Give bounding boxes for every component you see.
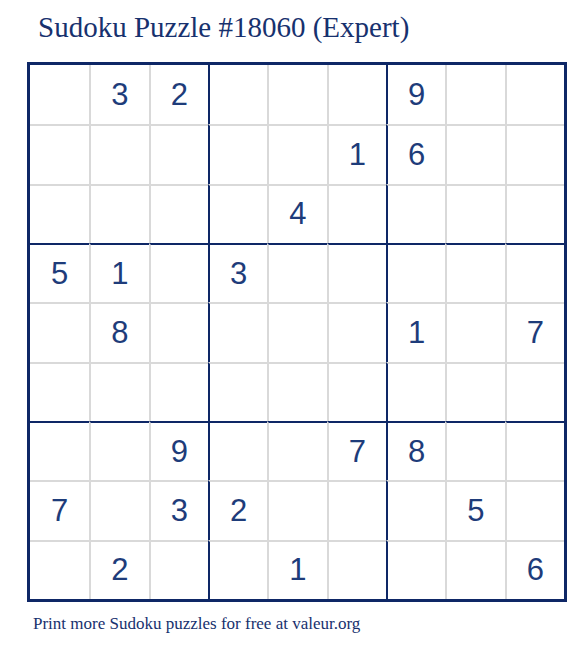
cell-r2c6: 1: [327, 124, 386, 183]
cell-r2c1: [30, 124, 89, 183]
cell-r1c9: [505, 65, 564, 124]
cell-r6c7: [386, 362, 445, 421]
cell-r8c8: 5: [445, 480, 504, 539]
cell-r1c1: [30, 65, 89, 124]
sudoku-page: Sudoku Puzzle #18060 (Expert) 3291645138…: [0, 0, 580, 651]
cell-r2c8: [445, 124, 504, 183]
cell-r2c4: [208, 124, 267, 183]
cell-r8c3: 3: [149, 480, 208, 539]
cell-r3c4: [208, 184, 267, 243]
cell-r5c6: [327, 302, 386, 361]
cell-r2c5: [267, 124, 326, 183]
cell-r4c7: [386, 243, 445, 302]
cell-r1c3: 2: [149, 65, 208, 124]
cell-r7c6: 7: [327, 421, 386, 480]
cell-r2c9: [505, 124, 564, 183]
cell-r7c9: [505, 421, 564, 480]
page-title: Sudoku Puzzle #18060 (Expert): [38, 9, 409, 45]
cell-r7c7: 8: [386, 421, 445, 480]
cell-r8c4: 2: [208, 480, 267, 539]
cell-r6c3: [149, 362, 208, 421]
cell-r8c1: 7: [30, 480, 89, 539]
cell-r4c8: [445, 243, 504, 302]
cell-r9c8: [445, 540, 504, 599]
cell-r8c6: [327, 480, 386, 539]
cell-r1c6: [327, 65, 386, 124]
cell-r4c6: [327, 243, 386, 302]
cell-r8c7: [386, 480, 445, 539]
cell-r4c4: 3: [208, 243, 267, 302]
cell-r7c2: [89, 421, 148, 480]
cell-r8c9: [505, 480, 564, 539]
cell-r9c5: 1: [267, 540, 326, 599]
cell-r1c2: 3: [89, 65, 148, 124]
sudoku-board: 3291645138179787325216: [27, 62, 567, 602]
cell-r4c9: [505, 243, 564, 302]
cell-r5c8: [445, 302, 504, 361]
cell-r2c2: [89, 124, 148, 183]
cell-r9c9: 6: [505, 540, 564, 599]
cell-r5c4: [208, 302, 267, 361]
cell-r3c5: 4: [267, 184, 326, 243]
cell-r5c1: [30, 302, 89, 361]
cell-r3c6: [327, 184, 386, 243]
cell-r4c2: 1: [89, 243, 148, 302]
cell-r3c9: [505, 184, 564, 243]
cell-r6c2: [89, 362, 148, 421]
cell-r6c8: [445, 362, 504, 421]
cell-r4c3: [149, 243, 208, 302]
cell-r7c5: [267, 421, 326, 480]
cell-r9c2: 2: [89, 540, 148, 599]
cell-r5c5: [267, 302, 326, 361]
cell-r4c1: 5: [30, 243, 89, 302]
cell-r9c7: [386, 540, 445, 599]
cell-r9c1: [30, 540, 89, 599]
cell-r9c6: [327, 540, 386, 599]
cell-r2c3: [149, 124, 208, 183]
cell-r7c8: [445, 421, 504, 480]
cell-r6c6: [327, 362, 386, 421]
cell-r7c3: 9: [149, 421, 208, 480]
cell-r5c2: 8: [89, 302, 148, 361]
cell-r6c1: [30, 362, 89, 421]
cell-r6c9: [505, 362, 564, 421]
cell-r5c3: [149, 302, 208, 361]
cell-r5c9: 7: [505, 302, 564, 361]
cell-r1c5: [267, 65, 326, 124]
footer-text: Print more Sudoku puzzles for free at va…: [33, 614, 360, 634]
cell-r6c5: [267, 362, 326, 421]
cell-r8c2: [89, 480, 148, 539]
cell-r3c7: [386, 184, 445, 243]
cell-r8c5: [267, 480, 326, 539]
cell-r7c4: [208, 421, 267, 480]
cell-r3c2: [89, 184, 148, 243]
cell-r1c7: 9: [386, 65, 445, 124]
cell-r3c1: [30, 184, 89, 243]
cell-r9c3: [149, 540, 208, 599]
cell-r3c8: [445, 184, 504, 243]
cell-r1c4: [208, 65, 267, 124]
cell-r5c7: 1: [386, 302, 445, 361]
cell-r6c4: [208, 362, 267, 421]
cell-r9c4: [208, 540, 267, 599]
cell-r7c1: [30, 421, 89, 480]
cell-r1c8: [445, 65, 504, 124]
cell-r2c7: 6: [386, 124, 445, 183]
cell-r4c5: [267, 243, 326, 302]
cell-r3c3: [149, 184, 208, 243]
